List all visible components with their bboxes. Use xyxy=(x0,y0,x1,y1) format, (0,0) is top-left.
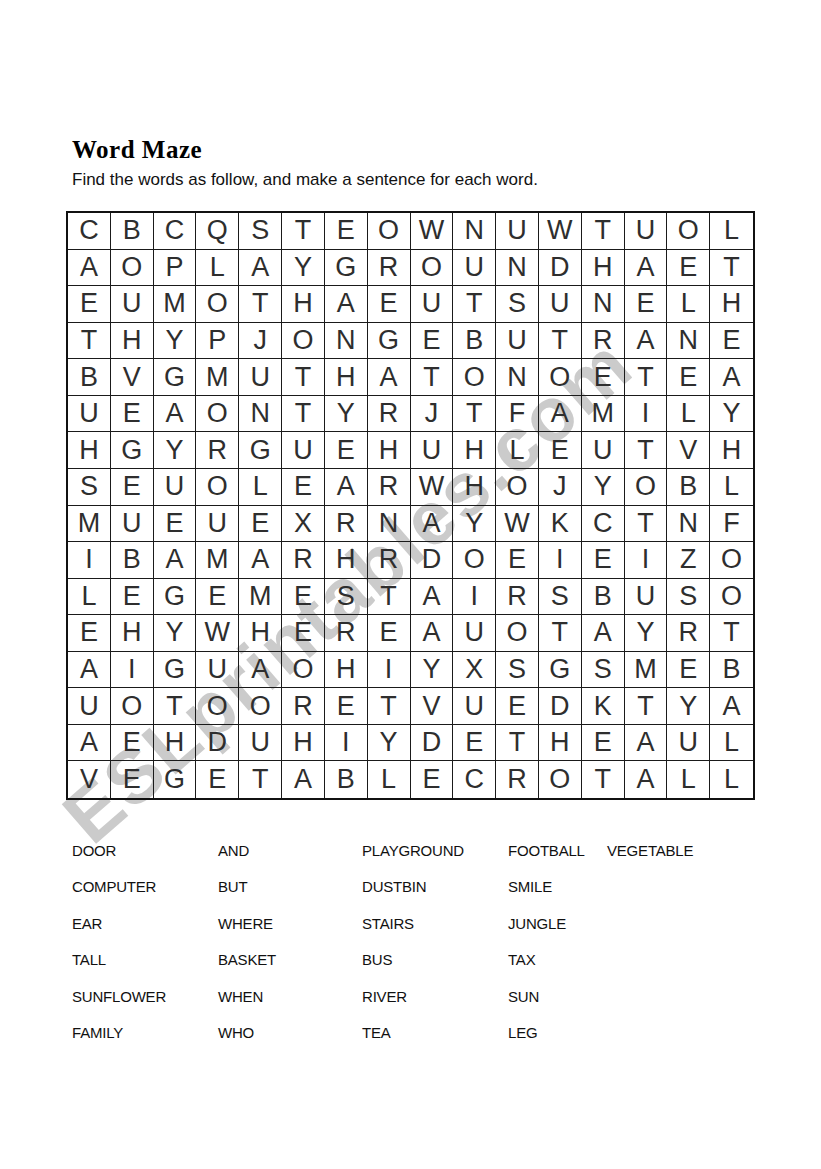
grid-cell: U xyxy=(625,213,668,250)
grid-cell: M xyxy=(154,286,197,323)
grid-cell: N xyxy=(325,323,368,360)
grid-cell: O xyxy=(496,469,539,506)
grid-cell: E xyxy=(496,688,539,725)
grid-cell: L xyxy=(68,579,111,616)
grid-cell: U xyxy=(282,432,325,469)
grid-cell: E xyxy=(582,725,625,762)
word-list-item: TAX xyxy=(508,951,607,968)
grid-cell: T xyxy=(368,688,411,725)
grid-cell: N xyxy=(453,213,496,250)
grid-cell: H xyxy=(368,432,411,469)
grid-cell: Y xyxy=(325,396,368,433)
grid-cell: A xyxy=(582,615,625,652)
grid-cell: E xyxy=(667,652,710,689)
grid-cell: A xyxy=(239,250,282,287)
grid-cell: T xyxy=(582,761,625,798)
grid-cell: M xyxy=(196,359,239,396)
grid-cell: S xyxy=(496,652,539,689)
grid-cell: E xyxy=(411,761,454,798)
grid-cell: E xyxy=(111,469,154,506)
grid-cell: A xyxy=(539,396,582,433)
word-list-item: DUSTBIN xyxy=(362,878,508,895)
grid-cell: O xyxy=(539,359,582,396)
grid-cell: U xyxy=(582,432,625,469)
grid-cell: A xyxy=(411,615,454,652)
grid-cell: V xyxy=(68,761,111,798)
grid-cell: D xyxy=(411,542,454,579)
grid-cell: L xyxy=(667,396,710,433)
grid-cell: W xyxy=(496,506,539,543)
grid-cell: B xyxy=(667,469,710,506)
grid-cell: U xyxy=(453,615,496,652)
grid-cell: H xyxy=(710,286,753,323)
grid-cell: J xyxy=(411,396,454,433)
grid-cell: D xyxy=(539,688,582,725)
grid-cell: O xyxy=(196,688,239,725)
grid-cell: Y xyxy=(582,469,625,506)
grid-cell: M xyxy=(582,396,625,433)
grid-cell: O xyxy=(710,579,753,616)
word-list-item: WHERE xyxy=(218,915,362,932)
grid-cell: U xyxy=(111,286,154,323)
grid-cell: T xyxy=(368,579,411,616)
word-search-grid: CBCQSTEOWNUWTUOLAOPLAYGROUNDHAETEUMOTHAE… xyxy=(66,211,755,800)
grid-cell: E xyxy=(625,286,668,323)
grid-cell: H xyxy=(325,542,368,579)
grid-cell: F xyxy=(710,506,753,543)
grid-cell: Y xyxy=(710,396,753,433)
grid-cell: Y xyxy=(154,615,197,652)
grid-cell: D xyxy=(411,725,454,762)
word-list-item: SUN xyxy=(508,988,607,1005)
word-list-item: RIVER xyxy=(362,988,508,1005)
grid-cell: M xyxy=(625,652,668,689)
grid-cell: B xyxy=(710,652,753,689)
grid-cell: N xyxy=(496,250,539,287)
grid-cell: O xyxy=(282,652,325,689)
grid-cell: Y xyxy=(453,506,496,543)
grid-cell: E xyxy=(196,761,239,798)
grid-cell: H xyxy=(68,432,111,469)
grid-cell: E xyxy=(325,213,368,250)
grid-cell: R xyxy=(282,542,325,579)
grid-cell: O xyxy=(196,286,239,323)
grid-cell: A xyxy=(239,542,282,579)
grid-cell: X xyxy=(282,506,325,543)
grid-cell: U xyxy=(453,250,496,287)
page-title: Word Maze xyxy=(72,136,202,164)
grid-cell: U xyxy=(453,688,496,725)
grid-cell: U xyxy=(239,359,282,396)
grid-cell: L xyxy=(710,761,753,798)
grid-cell: E xyxy=(239,506,282,543)
grid-cell: L xyxy=(710,469,753,506)
grid-cell: E xyxy=(582,359,625,396)
word-list-item: TEA xyxy=(362,1024,508,1041)
grid-cell: B xyxy=(453,323,496,360)
grid-cell: V xyxy=(111,359,154,396)
grid-cell: O xyxy=(539,761,582,798)
grid-cell: U xyxy=(411,286,454,323)
grid-cell: T xyxy=(282,359,325,396)
grid-cell: R xyxy=(282,688,325,725)
grid-cell: A xyxy=(411,506,454,543)
grid-cell: N xyxy=(239,396,282,433)
grid-cell: B xyxy=(111,213,154,250)
grid-cell: L xyxy=(667,286,710,323)
grid-cell: E xyxy=(111,579,154,616)
grid-cell: L xyxy=(239,469,282,506)
grid-cell: S xyxy=(539,579,582,616)
grid-cell: O xyxy=(496,615,539,652)
grid-cell: M xyxy=(196,542,239,579)
grid-cell: R xyxy=(368,469,411,506)
grid-cell: T xyxy=(582,213,625,250)
grid-cell: O xyxy=(282,323,325,360)
grid-cell: H xyxy=(111,323,154,360)
grid-cell: R xyxy=(496,761,539,798)
grid-cell: T xyxy=(68,323,111,360)
grid-cell: A xyxy=(411,579,454,616)
grid-cell: U xyxy=(239,725,282,762)
grid-cell: M xyxy=(68,506,111,543)
grid-cell: G xyxy=(325,250,368,287)
grid-cell: P xyxy=(196,323,239,360)
grid-cell: G xyxy=(154,761,197,798)
grid-cell: V xyxy=(667,432,710,469)
word-list-item: STAIRS xyxy=(362,915,508,932)
grid-cell: G xyxy=(368,323,411,360)
grid-cell: E xyxy=(667,359,710,396)
grid-cell: T xyxy=(282,396,325,433)
grid-cell: A xyxy=(625,761,668,798)
grid-cell: A xyxy=(68,652,111,689)
word-list-item: BUT xyxy=(218,878,362,895)
grid-cell: W xyxy=(196,615,239,652)
grid-cell: G xyxy=(111,432,154,469)
grid-cell: I xyxy=(68,542,111,579)
word-list-item: FAMILY xyxy=(72,1024,218,1041)
grid-cell: E xyxy=(325,432,368,469)
grid-cell: H xyxy=(154,725,197,762)
word-list-item: WHO xyxy=(218,1024,362,1041)
grid-cell: N xyxy=(368,506,411,543)
grid-cell: B xyxy=(582,579,625,616)
grid-cell: H xyxy=(582,250,625,287)
word-list-item: DOOR xyxy=(72,842,218,859)
grid-cell: R xyxy=(368,396,411,433)
grid-cell: A xyxy=(325,286,368,323)
grid-cell: S xyxy=(325,579,368,616)
grid-cell: X xyxy=(453,652,496,689)
grid-cell: E xyxy=(496,542,539,579)
grid-cell: B xyxy=(325,761,368,798)
grid-cell: L xyxy=(368,761,411,798)
grid-cell: Q xyxy=(196,213,239,250)
grid-cell: L xyxy=(667,761,710,798)
grid-cell: D xyxy=(539,250,582,287)
word-bank: DOORANDPLAYGROUNDFOOTBALLVEGETABLECOMPUT… xyxy=(72,832,772,1051)
grid-cell: P xyxy=(154,250,197,287)
grid-cell: I xyxy=(453,579,496,616)
word-list-item: VEGETABLE xyxy=(607,842,772,859)
word-list-item: BUS xyxy=(362,951,508,968)
grid-cell: I xyxy=(625,396,668,433)
grid-cell: S xyxy=(667,579,710,616)
grid-cell: Y xyxy=(667,688,710,725)
grid-cell: K xyxy=(582,688,625,725)
grid-cell: E xyxy=(282,615,325,652)
grid-cell: E xyxy=(111,396,154,433)
grid-cell: O xyxy=(111,250,154,287)
grid-cell: A xyxy=(625,250,668,287)
grid-cell: R xyxy=(325,615,368,652)
word-list-item: AND xyxy=(218,842,362,859)
grid-cell: L xyxy=(710,213,753,250)
grid-cell: T xyxy=(625,359,668,396)
grid-cell: A xyxy=(68,250,111,287)
grid-cell: A xyxy=(68,725,111,762)
grid-cell: T xyxy=(453,286,496,323)
grid-cell: A xyxy=(710,359,753,396)
grid-cell: E xyxy=(539,432,582,469)
grid-cell: U xyxy=(411,432,454,469)
grid-cell: I xyxy=(368,652,411,689)
grid-cell: E xyxy=(710,323,753,360)
grid-cell: T xyxy=(710,615,753,652)
grid-cell: N xyxy=(582,286,625,323)
grid-cell: L xyxy=(710,725,753,762)
grid-cell: E xyxy=(368,286,411,323)
grid-cell: E xyxy=(282,579,325,616)
grid-cell: Y xyxy=(625,615,668,652)
grid-cell: E xyxy=(368,615,411,652)
grid-cell: L xyxy=(496,432,539,469)
grid-cell: A xyxy=(282,761,325,798)
grid-cell: R xyxy=(325,506,368,543)
grid-cell: U xyxy=(539,286,582,323)
grid-cell: K xyxy=(539,506,582,543)
grid-cell: S xyxy=(68,469,111,506)
grid-cell: I xyxy=(539,542,582,579)
grid-cell: T xyxy=(625,506,668,543)
grid-cell: D xyxy=(196,725,239,762)
grid-cell: G xyxy=(539,652,582,689)
grid-cell: U xyxy=(496,213,539,250)
grid-cell: O xyxy=(196,396,239,433)
grid-cell: O xyxy=(625,469,668,506)
grid-cell: O xyxy=(239,688,282,725)
grid-cell: U xyxy=(111,506,154,543)
grid-cell: M xyxy=(239,579,282,616)
grid-cell: U xyxy=(667,725,710,762)
grid-cell: O xyxy=(453,542,496,579)
grid-cell: I xyxy=(625,542,668,579)
word-list-item: SMILE xyxy=(508,878,607,895)
grid-cell: U xyxy=(196,506,239,543)
grid-cell: Z xyxy=(667,542,710,579)
grid-cell: U xyxy=(154,469,197,506)
grid-cell: F xyxy=(496,396,539,433)
grid-cell: H xyxy=(453,432,496,469)
grid-cell: C xyxy=(68,213,111,250)
grid-cell: E xyxy=(282,469,325,506)
word-list-item: JUNGLE xyxy=(508,915,607,932)
word-list-item: TALL xyxy=(72,951,218,968)
grid-cell: A xyxy=(239,652,282,689)
grid-cell: R xyxy=(196,432,239,469)
grid-cell: E xyxy=(196,579,239,616)
grid-cell: G xyxy=(154,579,197,616)
grid-cell: T xyxy=(411,359,454,396)
grid-cell: N xyxy=(667,323,710,360)
grid-cell: B xyxy=(111,542,154,579)
grid-cell: C xyxy=(582,506,625,543)
grid-cell: V xyxy=(411,688,454,725)
word-list-item: WHEN xyxy=(218,988,362,1005)
grid-cell: G xyxy=(239,432,282,469)
grid-cell: N xyxy=(667,506,710,543)
grid-cell: O xyxy=(111,688,154,725)
grid-cell: T xyxy=(710,250,753,287)
grid-cell: A xyxy=(154,542,197,579)
grid-cell: G xyxy=(154,359,197,396)
grid-cell: R xyxy=(368,542,411,579)
grid-cell: T xyxy=(239,761,282,798)
grid-cell: I xyxy=(111,652,154,689)
grid-cell: L xyxy=(196,250,239,287)
grid-cell: T xyxy=(496,725,539,762)
grid-cell: U xyxy=(496,323,539,360)
grid-cell: A xyxy=(625,725,668,762)
grid-cell: C xyxy=(154,213,197,250)
grid-cell: R xyxy=(667,615,710,652)
grid-cell: T xyxy=(239,286,282,323)
grid-cell: E xyxy=(68,615,111,652)
grid-cell: E xyxy=(325,688,368,725)
grid-cell: H xyxy=(325,652,368,689)
word-list-item: PLAYGROUND xyxy=(362,842,508,859)
instructions-text: Find the words as follow, and make a sen… xyxy=(72,170,538,190)
grid-cell: R xyxy=(496,579,539,616)
grid-cell: T xyxy=(282,213,325,250)
grid-cell: H xyxy=(239,615,282,652)
grid-cell: Y xyxy=(154,323,197,360)
grid-cell: U xyxy=(68,688,111,725)
grid-cell: A xyxy=(625,323,668,360)
word-list-item: SUNFLOWER xyxy=(72,988,218,1005)
grid-cell: T xyxy=(625,688,668,725)
grid-cell: T xyxy=(625,432,668,469)
grid-cell: A xyxy=(710,688,753,725)
grid-cell: H xyxy=(282,286,325,323)
grid-cell: G xyxy=(154,652,197,689)
grid-cell: E xyxy=(411,323,454,360)
grid-cell: U xyxy=(625,579,668,616)
grid-cell: J xyxy=(239,323,282,360)
word-list-item: LEG xyxy=(508,1024,607,1041)
worksheet-page: Word Maze Find the words as follow, and … xyxy=(0,0,821,1169)
grid-cell: A xyxy=(368,359,411,396)
grid-cell: H xyxy=(325,359,368,396)
grid-cell: T xyxy=(453,396,496,433)
grid-cell: O xyxy=(368,213,411,250)
grid-cell: T xyxy=(539,323,582,360)
grid-cell: Y xyxy=(154,432,197,469)
grid-cell: O xyxy=(710,542,753,579)
grid-cell: H xyxy=(539,725,582,762)
grid-cell: B xyxy=(68,359,111,396)
grid-cell: E xyxy=(111,761,154,798)
grid-cell: T xyxy=(539,615,582,652)
grid-cell: H xyxy=(111,615,154,652)
grid-cell: R xyxy=(582,323,625,360)
grid-cell: H xyxy=(710,432,753,469)
grid-cell: W xyxy=(411,213,454,250)
grid-cell: I xyxy=(325,725,368,762)
grid-cell: N xyxy=(496,359,539,396)
grid-cell: O xyxy=(453,359,496,396)
grid-cell: Y xyxy=(411,652,454,689)
grid-cell: A xyxy=(154,396,197,433)
grid-cell: E xyxy=(582,542,625,579)
grid-cell: H xyxy=(453,469,496,506)
grid-cell: A xyxy=(325,469,368,506)
grid-cell: Y xyxy=(282,250,325,287)
grid-cell: E xyxy=(154,506,197,543)
grid-cell: S xyxy=(582,652,625,689)
grid-cell: Y xyxy=(368,725,411,762)
grid-cell: O xyxy=(411,250,454,287)
grid-cell: T xyxy=(154,688,197,725)
grid-cell: E xyxy=(111,725,154,762)
grid-cell: E xyxy=(453,725,496,762)
grid-cell: O xyxy=(196,469,239,506)
word-list-item: FOOTBALL xyxy=(508,842,607,859)
word-list-item: EAR xyxy=(72,915,218,932)
grid-cell: O xyxy=(667,213,710,250)
grid-cell: U xyxy=(196,652,239,689)
grid-cell: E xyxy=(68,286,111,323)
grid-cell: H xyxy=(282,725,325,762)
grid-cell: S xyxy=(239,213,282,250)
word-list-item: COMPUTER xyxy=(72,878,218,895)
grid-cell: U xyxy=(68,396,111,433)
grid-cell: C xyxy=(453,761,496,798)
grid-cell: W xyxy=(411,469,454,506)
word-list-item: BASKET xyxy=(218,951,362,968)
grid-cell: S xyxy=(496,286,539,323)
grid-cell: E xyxy=(667,250,710,287)
grid-cell: W xyxy=(539,213,582,250)
grid-cell: R xyxy=(368,250,411,287)
grid-cell: J xyxy=(539,469,582,506)
